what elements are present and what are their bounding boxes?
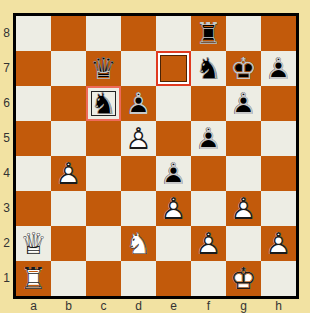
square-a4[interactable] (16, 156, 51, 191)
square-g6[interactable]: ♟♙ (226, 86, 261, 121)
square-a2[interactable]: ♛♕ (16, 226, 51, 261)
square-e2[interactable] (156, 226, 191, 261)
file-label-d: d (121, 299, 156, 313)
black-rook-f8[interactable]: ♜♖ (191, 16, 226, 51)
square-c3[interactable] (86, 191, 121, 226)
black-pawn-f5[interactable]: ♟♙ (191, 121, 226, 156)
black-queen-c7[interactable]: ♛♕ (86, 51, 121, 86)
white-pawn-g3[interactable]: ♟♙ (226, 191, 261, 226)
square-h2[interactable]: ♟♙ (261, 226, 296, 261)
square-f2[interactable]: ♟♙ (191, 226, 226, 261)
rank-label-8: 8 (0, 16, 13, 51)
square-a6[interactable] (16, 86, 51, 121)
piece-glyph-outline: ♙ (121, 121, 156, 156)
square-b7[interactable] (51, 51, 86, 86)
square-f1[interactable] (191, 261, 226, 296)
square-d6[interactable]: ♟♙ (121, 86, 156, 121)
file-label-g: g (226, 299, 261, 313)
square-a5[interactable] (16, 121, 51, 156)
square-e4[interactable]: ♟♙ (156, 156, 191, 191)
square-c2[interactable] (86, 226, 121, 261)
square-d8[interactable] (121, 16, 156, 51)
black-knight-f7[interactable]: ♞♘ (191, 51, 226, 86)
piece-glyph-outline: ♙ (156, 156, 191, 191)
white-pawn-h2[interactable]: ♟♙ (261, 226, 296, 261)
square-h1[interactable] (261, 261, 296, 296)
square-d3[interactable] (121, 191, 156, 226)
white-pawn-e3[interactable]: ♟♙ (156, 191, 191, 226)
rank-label-3: 3 (0, 191, 13, 226)
file-label-h: h (261, 299, 296, 313)
piece-glyph-outline: ♔ (226, 261, 261, 296)
white-king-g1[interactable]: ♚♔ (226, 261, 261, 296)
board-frame: ♜♖♛♕♞♘♚♔♟♙♞♘♟♙♟♙♟♙♟♙♟♙♟♙♟♙♟♙♛♕♞♘♟♙♟♙♜♖♚♔ (13, 13, 299, 299)
file-label-e: e (156, 299, 191, 313)
piece-glyph-outline: ♙ (121, 86, 156, 121)
square-g8[interactable] (226, 16, 261, 51)
square-h4[interactable] (261, 156, 296, 191)
square-c1[interactable] (86, 261, 121, 296)
piece-glyph-outline: ♙ (191, 121, 226, 156)
square-d2[interactable]: ♞♘ (121, 226, 156, 261)
square-c7[interactable]: ♛♕ (86, 51, 121, 86)
square-d4[interactable] (121, 156, 156, 191)
square-h3[interactable] (261, 191, 296, 226)
piece-glyph-outline: ♔ (226, 51, 261, 86)
square-g3[interactable]: ♟♙ (226, 191, 261, 226)
piece-glyph-outline: ♙ (261, 51, 296, 86)
square-e1[interactable] (156, 261, 191, 296)
square-g5[interactable] (226, 121, 261, 156)
square-f3[interactable] (191, 191, 226, 226)
white-pawn-f2[interactable]: ♟♙ (191, 226, 226, 261)
square-a3[interactable] (16, 191, 51, 226)
piece-glyph-outline: ♕ (16, 226, 51, 261)
square-g2[interactable] (226, 226, 261, 261)
square-d1[interactable] (121, 261, 156, 296)
rank-label-4: 4 (0, 156, 13, 191)
chess-board: ♜♖♛♕♞♘♚♔♟♙♞♘♟♙♟♙♟♙♟♙♟♙♟♙♟♙♟♙♛♕♞♘♟♙♟♙♜♖♚♔ (16, 16, 296, 296)
square-g4[interactable] (226, 156, 261, 191)
square-b1[interactable] (51, 261, 86, 296)
square-b8[interactable] (51, 16, 86, 51)
square-g7[interactable]: ♚♔ (226, 51, 261, 86)
piece-glyph-outline: ♖ (16, 261, 51, 296)
piece-glyph-outline: ♕ (86, 51, 121, 86)
square-e5[interactable] (156, 121, 191, 156)
rank-label-5: 5 (0, 121, 13, 156)
white-knight-d2[interactable]: ♞♘ (121, 226, 156, 261)
square-h7[interactable]: ♟♙ (261, 51, 296, 86)
piece-glyph-outline: ♙ (51, 156, 86, 191)
square-e3[interactable]: ♟♙ (156, 191, 191, 226)
square-c5[interactable] (86, 121, 121, 156)
square-b2[interactable] (51, 226, 86, 261)
square-d5[interactable]: ♟♙ (121, 121, 156, 156)
black-pawn-e4[interactable]: ♟♙ (156, 156, 191, 191)
rank-label-2: 2 (0, 226, 13, 261)
piece-glyph-outline: ♘ (191, 51, 226, 86)
square-a8[interactable] (16, 16, 51, 51)
square-b4[interactable]: ♟♙ (51, 156, 86, 191)
square-c8[interactable] (86, 16, 121, 51)
square-b3[interactable] (51, 191, 86, 226)
piece-glyph-outline: ♙ (226, 86, 261, 121)
black-pawn-d6[interactable]: ♟♙ (121, 86, 156, 121)
white-rook-a1[interactable]: ♜♖ (16, 261, 51, 296)
square-f4[interactable] (191, 156, 226, 191)
file-label-c: c (86, 299, 121, 313)
file-label-b: b (51, 299, 86, 313)
white-pawn-b4[interactable]: ♟♙ (51, 156, 86, 191)
square-e8[interactable] (156, 16, 191, 51)
piece-glyph-outline: ♙ (156, 191, 191, 226)
file-label-f: f (191, 299, 226, 313)
piece-glyph-outline: ♖ (191, 16, 226, 51)
file-label-a: a (16, 299, 51, 313)
square-f7[interactable]: ♞♘ (191, 51, 226, 86)
piece-glyph-outline: ♙ (191, 226, 226, 261)
square-g1[interactable]: ♚♔ (226, 261, 261, 296)
white-pawn-d5[interactable]: ♟♙ (121, 121, 156, 156)
piece-glyph-outline: ♙ (261, 226, 296, 261)
black-pawn-g6[interactable]: ♟♙ (226, 86, 261, 121)
square-h6[interactable] (261, 86, 296, 121)
square-b5[interactable] (51, 121, 86, 156)
square-d7[interactable] (121, 51, 156, 86)
piece-glyph-outline: ♙ (226, 191, 261, 226)
piece-glyph-outline: ♘ (121, 226, 156, 261)
rank-label-6: 6 (0, 86, 13, 121)
square-b6[interactable] (51, 86, 86, 121)
rank-label-1: 1 (0, 261, 13, 296)
square-a7[interactable] (16, 51, 51, 86)
chess-board-screenshot: ♜♖♛♕♞♘♚♔♟♙♞♘♟♙♟♙♟♙♟♙♟♙♟♙♟♙♟♙♛♕♞♘♟♙♟♙♜♖♚♔… (0, 0, 310, 313)
piece-glyph-outline: ♘ (86, 86, 121, 121)
square-c6[interactable]: ♞♘ (86, 86, 121, 121)
last-move-from-highlight (156, 51, 191, 86)
square-h8[interactable] (261, 16, 296, 51)
black-pawn-h7[interactable]: ♟♙ (261, 51, 296, 86)
square-a1[interactable]: ♜♖ (16, 261, 51, 296)
square-f6[interactable] (191, 86, 226, 121)
square-e6[interactable] (156, 86, 191, 121)
square-h5[interactable] (261, 121, 296, 156)
black-king-g7[interactable]: ♚♔ (226, 51, 261, 86)
square-c4[interactable] (86, 156, 121, 191)
square-e7[interactable] (156, 51, 191, 86)
rank-label-7: 7 (0, 51, 13, 86)
black-knight-c6[interactable]: ♞♘ (86, 86, 121, 121)
square-f8[interactable]: ♜♖ (191, 16, 226, 51)
white-queen-a2[interactable]: ♛♕ (16, 226, 51, 261)
square-f5[interactable]: ♟♙ (191, 121, 226, 156)
